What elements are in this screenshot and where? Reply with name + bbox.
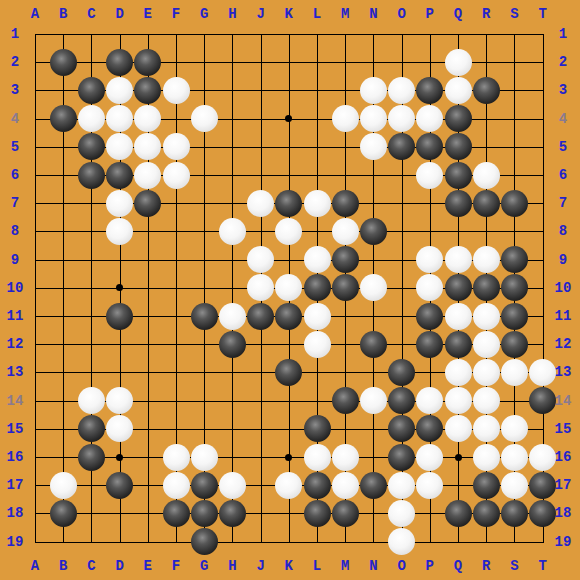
hoshi-point — [455, 454, 462, 461]
black-stone-G11[interactable] — [191, 303, 218, 330]
black-stone-E3[interactable] — [134, 77, 161, 104]
row-label-right: 4 — [551, 111, 575, 127]
black-stone-R10[interactable] — [473, 274, 500, 301]
column-label-top: N — [361, 6, 385, 22]
black-stone-H12[interactable] — [219, 331, 246, 358]
black-stone-J11[interactable] — [247, 303, 274, 330]
white-stone-O18[interactable] — [388, 500, 415, 527]
black-stone-M10[interactable] — [332, 274, 359, 301]
column-label-top: A — [23, 6, 47, 22]
column-label-bottom: Q — [446, 558, 470, 574]
column-label-bottom: J — [249, 558, 273, 574]
white-stone-L11[interactable] — [304, 303, 331, 330]
black-stone-M9[interactable] — [332, 246, 359, 273]
black-stone-G18[interactable] — [191, 500, 218, 527]
black-stone-Q10[interactable] — [445, 274, 472, 301]
column-label-bottom: D — [108, 558, 132, 574]
white-stone-K17[interactable] — [275, 472, 302, 499]
black-stone-E7[interactable] — [134, 190, 161, 217]
column-label-top: Q — [446, 6, 470, 22]
white-stone-P6[interactable] — [416, 162, 443, 189]
column-label-bottom: O — [390, 558, 414, 574]
row-label-left: 2 — [3, 54, 27, 70]
row-label-right: 11 — [551, 308, 575, 324]
black-stone-B4[interactable] — [50, 105, 77, 132]
hoshi-point — [116, 284, 123, 291]
black-stone-E2[interactable] — [134, 49, 161, 76]
black-stone-C6[interactable] — [78, 162, 105, 189]
white-stone-F6[interactable] — [163, 162, 190, 189]
column-label-top: M — [333, 6, 357, 22]
white-stone-Q2[interactable] — [445, 49, 472, 76]
white-stone-Q13[interactable] — [445, 359, 472, 386]
white-stone-P17[interactable] — [416, 472, 443, 499]
row-label-left: 9 — [3, 252, 27, 268]
black-stone-R3[interactable] — [473, 77, 500, 104]
row-label-right: 9 — [551, 252, 575, 268]
hoshi-point — [116, 454, 123, 461]
hoshi-point — [285, 454, 292, 461]
column-label-bottom: E — [136, 558, 160, 574]
row-label-left: 12 — [3, 336, 27, 352]
black-stone-T17[interactable] — [529, 472, 556, 499]
row-label-left: 19 — [3, 534, 27, 550]
white-stone-R14[interactable] — [473, 387, 500, 414]
column-label-top: P — [418, 6, 442, 22]
row-label-right: 7 — [551, 195, 575, 211]
black-stone-L10[interactable] — [304, 274, 331, 301]
white-stone-H8[interactable] — [219, 218, 246, 245]
black-stone-T18[interactable] — [529, 500, 556, 527]
black-stone-Q18[interactable] — [445, 500, 472, 527]
row-label-left: 11 — [3, 308, 27, 324]
column-label-bottom: A — [23, 558, 47, 574]
white-stone-M16[interactable] — [332, 444, 359, 471]
white-stone-T16[interactable] — [529, 444, 556, 471]
hoshi-point — [285, 115, 292, 122]
black-stone-M18[interactable] — [332, 500, 359, 527]
black-stone-O5[interactable] — [388, 133, 415, 160]
column-label-top: S — [502, 6, 526, 22]
row-label-right: 1 — [551, 26, 575, 42]
column-label-top: R — [474, 6, 498, 22]
black-stone-S7[interactable] — [501, 190, 528, 217]
white-stone-L16[interactable] — [304, 444, 331, 471]
white-stone-N4[interactable] — [360, 105, 387, 132]
black-stone-R18[interactable] — [473, 500, 500, 527]
column-label-bottom: H — [220, 558, 244, 574]
white-stone-G16[interactable] — [191, 444, 218, 471]
white-stone-F3[interactable] — [163, 77, 190, 104]
white-stone-R12[interactable] — [473, 331, 500, 358]
black-stone-Q6[interactable] — [445, 162, 472, 189]
row-label-left: 7 — [3, 195, 27, 211]
black-stone-G19[interactable] — [191, 528, 218, 555]
black-stone-P15[interactable] — [416, 415, 443, 442]
column-label-bottom: N — [361, 558, 385, 574]
white-stone-N5[interactable] — [360, 133, 387, 160]
black-stone-Q5[interactable] — [445, 133, 472, 160]
white-stone-S13[interactable] — [501, 359, 528, 386]
white-stone-P14[interactable] — [416, 387, 443, 414]
row-label-left: 14 — [3, 393, 27, 409]
black-stone-S18[interactable] — [501, 500, 528, 527]
black-stone-H18[interactable] — [219, 500, 246, 527]
black-stone-P12[interactable] — [416, 331, 443, 358]
white-stone-D8[interactable] — [106, 218, 133, 245]
white-stone-R13[interactable] — [473, 359, 500, 386]
row-label-left: 3 — [3, 82, 27, 98]
white-stone-D4[interactable] — [106, 105, 133, 132]
white-stone-Q9[interactable] — [445, 246, 472, 273]
black-stone-F18[interactable] — [163, 500, 190, 527]
black-stone-S9[interactable] — [501, 246, 528, 273]
black-stone-L17[interactable] — [304, 472, 331, 499]
black-stone-D11[interactable] — [106, 303, 133, 330]
black-stone-O13[interactable] — [388, 359, 415, 386]
column-label-bottom: B — [51, 558, 75, 574]
white-stone-C14[interactable] — [78, 387, 105, 414]
white-stone-R16[interactable] — [473, 444, 500, 471]
white-stone-R11[interactable] — [473, 303, 500, 330]
black-stone-C16[interactable] — [78, 444, 105, 471]
black-stone-D6[interactable] — [106, 162, 133, 189]
row-label-left: 5 — [3, 139, 27, 155]
white-stone-L9[interactable] — [304, 246, 331, 273]
white-stone-Q15[interactable] — [445, 415, 472, 442]
black-stone-D2[interactable] — [106, 49, 133, 76]
column-label-bottom: L — [305, 558, 329, 574]
column-label-bottom: G — [192, 558, 216, 574]
white-stone-K10[interactable] — [275, 274, 302, 301]
black-stone-N8[interactable] — [360, 218, 387, 245]
white-stone-D5[interactable] — [106, 133, 133, 160]
black-stone-N12[interactable] — [360, 331, 387, 358]
white-stone-E6[interactable] — [134, 162, 161, 189]
white-stone-F5[interactable] — [163, 133, 190, 160]
white-stone-O3[interactable] — [388, 77, 415, 104]
black-stone-P3[interactable] — [416, 77, 443, 104]
white-stone-D7[interactable] — [106, 190, 133, 217]
white-stone-P16[interactable] — [416, 444, 443, 471]
black-stone-O16[interactable] — [388, 444, 415, 471]
row-label-right: 19 — [551, 534, 575, 550]
column-label-bottom: S — [502, 558, 526, 574]
black-stone-D17[interactable] — [106, 472, 133, 499]
column-label-top: G — [192, 6, 216, 22]
black-stone-G17[interactable] — [191, 472, 218, 499]
row-label-left: 8 — [3, 223, 27, 239]
white-stone-R15[interactable] — [473, 415, 500, 442]
white-stone-B17[interactable] — [50, 472, 77, 499]
row-label-left: 4 — [3, 111, 27, 127]
row-label-left: 10 — [3, 280, 27, 296]
black-stone-P11[interactable] — [416, 303, 443, 330]
white-stone-N14[interactable] — [360, 387, 387, 414]
row-label-left: 6 — [3, 167, 27, 183]
white-stone-H17[interactable] — [219, 472, 246, 499]
column-label-bottom: R — [474, 558, 498, 574]
row-label-right: 5 — [551, 139, 575, 155]
white-stone-G4[interactable] — [191, 105, 218, 132]
black-stone-L18[interactable] — [304, 500, 331, 527]
column-label-top: C — [79, 6, 103, 22]
black-stone-Q4[interactable] — [445, 105, 472, 132]
column-label-bottom: F — [164, 558, 188, 574]
white-stone-J9[interactable] — [247, 246, 274, 273]
black-stone-M14[interactable] — [332, 387, 359, 414]
column-label-top: L — [305, 6, 329, 22]
white-stone-N10[interactable] — [360, 274, 387, 301]
black-stone-M7[interactable] — [332, 190, 359, 217]
go-board[interactable]: AABBCCDDEEFFGGHHJJKKLLMMNNOOPPQQRRSSTT11… — [0, 0, 580, 580]
column-label-top: D — [108, 6, 132, 22]
row-label-right: 15 — [551, 421, 575, 437]
row-label-left: 17 — [3, 477, 27, 493]
black-stone-O14[interactable] — [388, 387, 415, 414]
black-stone-S12[interactable] — [501, 331, 528, 358]
black-stone-B2[interactable] — [50, 49, 77, 76]
column-label-top: J — [249, 6, 273, 22]
row-label-right: 6 — [551, 167, 575, 183]
row-label-left: 18 — [3, 505, 27, 521]
white-stone-N3[interactable] — [360, 77, 387, 104]
white-stone-F16[interactable] — [163, 444, 190, 471]
white-stone-L7[interactable] — [304, 190, 331, 217]
black-stone-C3[interactable] — [78, 77, 105, 104]
white-stone-O17[interactable] — [388, 472, 415, 499]
white-stone-P10[interactable] — [416, 274, 443, 301]
column-label-bottom: P — [418, 558, 442, 574]
black-stone-Q7[interactable] — [445, 190, 472, 217]
black-stone-K7[interactable] — [275, 190, 302, 217]
column-label-top: B — [51, 6, 75, 22]
white-stone-J10[interactable] — [247, 274, 274, 301]
white-stone-D15[interactable] — [106, 415, 133, 442]
black-stone-C5[interactable] — [78, 133, 105, 160]
white-stone-S17[interactable] — [501, 472, 528, 499]
black-stone-C15[interactable] — [78, 415, 105, 442]
row-label-left: 15 — [3, 421, 27, 437]
white-stone-O4[interactable] — [388, 105, 415, 132]
white-stone-T13[interactable] — [529, 359, 556, 386]
column-label-top: F — [164, 6, 188, 22]
row-label-right: 2 — [551, 54, 575, 70]
white-stone-H11[interactable] — [219, 303, 246, 330]
white-stone-R6[interactable] — [473, 162, 500, 189]
white-stone-E5[interactable] — [134, 133, 161, 160]
black-stone-P5[interactable] — [416, 133, 443, 160]
white-stone-M17[interactable] — [332, 472, 359, 499]
black-stone-L15[interactable] — [304, 415, 331, 442]
column-label-bottom: T — [531, 558, 555, 574]
white-stone-O19[interactable] — [388, 528, 415, 555]
white-stone-C4[interactable] — [78, 105, 105, 132]
black-stone-T14[interactable] — [529, 387, 556, 414]
column-label-top: T — [531, 6, 555, 22]
black-stone-K11[interactable] — [275, 303, 302, 330]
white-stone-D3[interactable] — [106, 77, 133, 104]
row-label-left: 13 — [3, 364, 27, 380]
white-stone-M8[interactable] — [332, 218, 359, 245]
white-stone-P4[interactable] — [416, 105, 443, 132]
black-stone-S10[interactable] — [501, 274, 528, 301]
white-stone-Q11[interactable] — [445, 303, 472, 330]
white-stone-R9[interactable] — [473, 246, 500, 273]
row-label-right: 8 — [551, 223, 575, 239]
row-label-right: 12 — [551, 336, 575, 352]
white-stone-L12[interactable] — [304, 331, 331, 358]
black-stone-R17[interactable] — [473, 472, 500, 499]
row-label-right: 10 — [551, 280, 575, 296]
black-stone-Q12[interactable] — [445, 331, 472, 358]
row-label-left: 16 — [3, 449, 27, 465]
white-stone-F17[interactable] — [163, 472, 190, 499]
white-stone-M4[interactable] — [332, 105, 359, 132]
black-stone-S11[interactable] — [501, 303, 528, 330]
black-stone-N17[interactable] — [360, 472, 387, 499]
black-stone-B18[interactable] — [50, 500, 77, 527]
white-stone-E4[interactable] — [134, 105, 161, 132]
grid-horizontal-line — [35, 542, 544, 543]
white-stone-Q3[interactable] — [445, 77, 472, 104]
row-label-right: 3 — [551, 82, 575, 98]
column-label-top: H — [220, 6, 244, 22]
white-stone-P9[interactable] — [416, 246, 443, 273]
column-label-top: E — [136, 6, 160, 22]
white-stone-Q14[interactable] — [445, 387, 472, 414]
black-stone-K13[interactable] — [275, 359, 302, 386]
white-stone-K8[interactable] — [275, 218, 302, 245]
column-label-bottom: C — [79, 558, 103, 574]
column-label-top: O — [390, 6, 414, 22]
row-label-left: 1 — [3, 26, 27, 42]
white-stone-S16[interactable] — [501, 444, 528, 471]
black-stone-R7[interactable] — [473, 190, 500, 217]
white-stone-J7[interactable] — [247, 190, 274, 217]
column-label-top: K — [277, 6, 301, 22]
column-label-bottom: M — [333, 558, 357, 574]
column-label-bottom: K — [277, 558, 301, 574]
white-stone-D14[interactable] — [106, 387, 133, 414]
white-stone-S15[interactable] — [501, 415, 528, 442]
black-stone-O15[interactable] — [388, 415, 415, 442]
